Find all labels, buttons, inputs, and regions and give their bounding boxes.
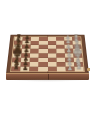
piece-black-pawn[interactable]: ♟ — [22, 65, 28, 71]
board-square-f5[interactable] — [56, 49, 65, 53]
board-square-f2[interactable] — [56, 62, 65, 67]
board-square-e5[interactable] — [48, 49, 57, 53]
board-square-d1[interactable] — [38, 67, 47, 72]
board-square-d5[interactable] — [39, 49, 48, 53]
board-square-g1[interactable]: ♟ — [65, 67, 74, 72]
board-square-e3[interactable] — [48, 58, 57, 62]
board-shadow — [8, 79, 88, 82]
chess-board: ♜♟♟♜♞♟♟♞♝♟♟♝♛♟♟♛♚♟♟♚♝♟♟♝♞♟♟♞♜♟♟♜ — [6, 35, 89, 74]
piece-white-pawn[interactable]: ♟ — [67, 65, 73, 71]
piece-white-rook[interactable]: ♜ — [76, 64, 82, 71]
product-photo-canvas: ♜♟♟♜♞♟♟♞♝♟♟♝♛♟♟♛♚♟♟♚♝♟♟♝♞♟♟♞♜♟♟♜ — [0, 0, 95, 126]
board-square-b1[interactable]: ♟ — [20, 67, 29, 72]
brass-clasp — [87, 68, 90, 71]
board-square-f1[interactable] — [56, 67, 65, 72]
board-grid: ♜♟♟♜♞♟♟♞♝♟♟♝♛♟♟♛♚♟♟♚♝♟♟♝♞♟♟♞♜♟♟♜ — [10, 36, 85, 71]
board-square-e1[interactable] — [48, 67, 57, 72]
board-square-c3[interactable] — [30, 58, 39, 62]
board-square-c1[interactable] — [29, 67, 38, 72]
board-square-c2[interactable] — [30, 62, 39, 67]
board-square-a1[interactable]: ♜ — [11, 67, 20, 72]
board-square-d3[interactable] — [39, 58, 48, 62]
board-square-f3[interactable] — [56, 58, 65, 62]
board-square-e2[interactable] — [48, 62, 57, 67]
piece-black-rook[interactable]: ♜ — [13, 64, 19, 71]
board-square-h1[interactable]: ♜ — [74, 67, 83, 72]
board-scene: ♜♟♟♜♞♟♟♞♝♟♟♝♛♟♟♛♚♟♟♚♝♟♟♝♞♟♟♞♜♟♟♜ — [6, 0, 89, 74]
board-square-c5[interactable] — [30, 49, 39, 53]
board-square-d2[interactable] — [39, 62, 48, 67]
